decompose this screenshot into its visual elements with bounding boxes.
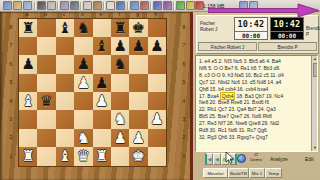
square-f7[interactable]: ♟ (111, 37, 129, 55)
square-c8[interactable]: ♝ (56, 19, 74, 37)
chess-app-window: 1.158 MB ♜♝♞♜♚♝♟♟♟♟♟♞♟♟♝♛♟♞♟♞♟♟♜♝♛♜♚ abc… (0, 0, 320, 180)
square-d7[interactable] (74, 37, 92, 55)
layout-grid-icon[interactable] (3, 1, 12, 10)
rank-label-left-2: 2 (6, 134, 16, 140)
players-icon[interactable] (140, 1, 149, 10)
notation-line[interactable]: Rd8 30. Rc1 Nd6 31. Rc7 Qg6 (199, 127, 309, 134)
square-f3[interactable]: ♞ (111, 110, 129, 128)
edit-button[interactable]: Edit (305, 156, 314, 162)
mouse-cursor (225, 152, 235, 165)
white-pawn-piece[interactable]: ♟ (95, 92, 108, 110)
toolbar-separator (127, 2, 128, 10)
white-player-name: Fischer Robert J (200, 21, 232, 32)
black-rook-piece[interactable]: ♜ (113, 19, 126, 37)
black-clock: 10:42 00:00 (270, 17, 304, 40)
file-label-d: d (73, 12, 91, 17)
notation-window-icon[interactable] (106, 1, 115, 10)
black-bishop-piece[interactable]: ♝ (95, 37, 108, 55)
square-b2[interactable] (37, 129, 55, 147)
file-label-b: b (36, 12, 54, 17)
square-e5[interactable]: ♟ (93, 74, 111, 92)
square-h4[interactable] (148, 92, 166, 110)
square-h1[interactable] (148, 147, 166, 165)
white-knight-piece[interactable]: ♞ (113, 110, 126, 128)
scrollbar-thumb[interactable] (313, 63, 319, 77)
notation-line[interactable]: 22. Rb1 Qc7 23. Qa4 Bd7 24. Qa3 (199, 106, 309, 113)
rank-label-right-2: 2 (179, 134, 189, 140)
eye-icon[interactable] (37, 1, 46, 10)
database-globe-icon[interactable] (186, 1, 195, 10)
square-e4[interactable]: ♟ (93, 92, 111, 110)
square-d5[interactable]: ♟ (74, 74, 92, 92)
white-clock-sub-time: 00:00 (235, 31, 267, 40)
square-f2[interactable]: ♟ (111, 129, 129, 147)
rank-label-right-5: 5 (179, 79, 189, 85)
toolbar-separator (34, 2, 35, 10)
square-a1[interactable]: ♜ (19, 147, 37, 165)
square-e3[interactable] (93, 110, 111, 128)
square-a3[interactable] (19, 110, 37, 128)
square-f5[interactable] (111, 74, 129, 92)
notation-line[interactable]: 17. Bxa4 Qxb4 18. Ba3 Qb7 19. Nc4 (199, 93, 309, 100)
square-b1[interactable] (37, 147, 55, 165)
engine-sphere-icon[interactable] (176, 1, 185, 10)
square-e8[interactable] (93, 19, 111, 37)
square-b8[interactable] (37, 19, 55, 37)
black-knight-piece[interactable]: ♞ (77, 19, 90, 37)
square-g7[interactable]: ♟ (129, 37, 147, 55)
rank-label-left-6: 6 (6, 61, 16, 67)
tab-movelist[interactable]: Movelist (203, 168, 228, 178)
open-database-icon[interactable] (13, 1, 22, 10)
square-a5[interactable] (19, 74, 37, 92)
square-b7[interactable] (37, 37, 55, 55)
white-clock-main-time: 10:42 (235, 18, 267, 31)
rank-label-left-5: 5 (6, 79, 16, 85)
square-a4[interactable]: ♝ (19, 92, 37, 110)
square-d1[interactable]: ♛ (74, 147, 92, 165)
white-pawn-piece[interactable]: ♟ (77, 74, 90, 92)
file-label-g: g (128, 12, 146, 17)
white-queen-piece[interactable]: ♛ (77, 147, 90, 165)
white-king-piece[interactable]: ♚ (132, 147, 145, 165)
previous-move-button[interactable]: ◀ (213, 153, 221, 165)
square-g2[interactable]: ♟ (129, 129, 147, 147)
move-list: 1. e4 e5 2. Nf3 Nc6 3. Bb5 a6 4. Ba4Nf6 … (199, 58, 309, 141)
black-pawn-piece[interactable]: ♟ (77, 55, 90, 73)
globe-net-icon[interactable] (130, 1, 139, 10)
white-pawn-piece[interactable]: ♟ (132, 129, 145, 147)
file-label-a: a (18, 12, 36, 17)
board-wooden-frame: ♜♝♞♜♚♝♟♟♟♟♟♞♟♟♝♛♟♞♟♞♟♟♜♝♛♜♚ abcdefgh8877… (0, 12, 190, 180)
square-a2[interactable] (19, 129, 37, 147)
tab-mix-1[interactable]: Mix 1 (249, 168, 265, 178)
square-a8[interactable]: ♜ (19, 19, 37, 37)
square-f8[interactable]: ♜ (111, 19, 129, 37)
black-pawn-piece[interactable]: ♟ (132, 37, 145, 55)
scroll-up-icon[interactable]: ▲ (312, 56, 318, 62)
square-g8[interactable]: ♚ (129, 19, 147, 37)
chess-board: ♜♝♞♜♚♝♟♟♟♟♟♞♟♟♝♛♟♞♟♞♟♟♜♝♛♜♚ (18, 18, 167, 167)
square-a6[interactable]: ♟ (19, 55, 37, 73)
rank-label-right-1: 1 (179, 153, 189, 159)
square-h5[interactable] (148, 74, 166, 92)
square-d4[interactable] (74, 92, 92, 110)
notation-line[interactable]: Ne8 20. Bxe8 Rxe8 21. Bxd6 f6 (199, 99, 309, 106)
scroll-down-icon[interactable]: ▼ (312, 145, 318, 151)
board-window-icon[interactable] (23, 1, 32, 10)
rank-label-left-8: 8 (6, 24, 16, 30)
black-pawn-piece[interactable]: ♟ (113, 37, 126, 55)
file-label-e: e (92, 12, 110, 17)
white-pawn-piece[interactable]: ♟ (150, 110, 163, 128)
tab-temp[interactable]: Temp (265, 168, 282, 178)
notation-line[interactable]: 1. e4 e5 2. Nf3 Nc6 3. Bb5 a6 4. Ba4 (199, 58, 309, 65)
white-bishop-piece[interactable]: ♝ (58, 147, 71, 165)
square-b4[interactable]: ♛ (37, 92, 55, 110)
square-c1[interactable]: ♝ (56, 147, 74, 165)
square-d3[interactable] (74, 110, 92, 128)
notation-line[interactable]: Qb8 15. b4 cxb4 16. cxb4 bxa4 (199, 86, 309, 93)
square-d8[interactable]: ♞ (74, 19, 92, 37)
current-move-highlight[interactable]: Qxb4 (220, 92, 235, 100)
white-bishop-piece[interactable]: ♝ (21, 92, 34, 110)
black-rook-piece[interactable]: ♜ (21, 19, 34, 37)
binoculars-icon[interactable] (70, 1, 79, 10)
analyze-button[interactable]: Analyze (270, 156, 288, 162)
tab-book-tb[interactable]: Book/TB (228, 168, 249, 178)
square-d6[interactable]: ♟ (74, 55, 92, 73)
notation-line[interactable]: 27. Re3 Nf7 28. Nxe8 Qxe8 29. Nd2 (199, 120, 309, 127)
notation-panel[interactable]: 1. e4 e5 2. Nf3 Nc6 3. Bb5 a6 4. Ba4Nf6 … (195, 55, 318, 152)
demo-button[interactable]: ⇄ Demo (248, 152, 264, 162)
square-e2[interactable] (93, 129, 111, 147)
training-icon[interactable] (163, 1, 172, 10)
square-b6[interactable] (37, 55, 55, 73)
square-c2[interactable] (56, 129, 74, 147)
square-f1[interactable] (111, 147, 129, 165)
clock-icon[interactable] (83, 1, 92, 10)
black-queen-piece[interactable]: ♛ (40, 92, 53, 110)
square-e1[interactable]: ♜ (93, 147, 111, 165)
piece-setup-icon[interactable] (60, 1, 69, 10)
engine-globe-icon[interactable] (237, 154, 246, 163)
rank-label-right-3: 3 (179, 116, 189, 122)
black-pawn-piece[interactable]: ♟ (95, 74, 108, 92)
white-pawn-piece[interactable]: ♟ (113, 129, 126, 147)
square-h3[interactable]: ♟ (148, 110, 166, 128)
square-h7[interactable]: ♟ (148, 37, 166, 55)
square-f6[interactable]: ♞ (111, 55, 129, 73)
white-rook-piece[interactable]: ♜ (21, 147, 34, 165)
black-king-piece[interactable]: ♚ (132, 19, 145, 37)
square-h8[interactable] (148, 19, 166, 37)
rank-label-left-1: 1 (6, 153, 16, 159)
square-h6[interactable] (148, 55, 166, 73)
square-g6[interactable] (129, 55, 147, 73)
file-label-h: h (147, 12, 165, 17)
white-knight-piece[interactable]: ♞ (77, 129, 90, 147)
flip-board-icon[interactable] (93, 1, 102, 10)
square-d2[interactable]: ♞ (74, 129, 92, 147)
square-c5[interactable] (56, 74, 74, 92)
square-c7[interactable] (56, 37, 74, 55)
notation-line[interactable]: Qc7 12. Nbd2 Nc6 13. d5 Nd8 14. a4 (199, 79, 309, 86)
white-footer-name: Fischer Robert J (198, 42, 257, 51)
notation-line[interactable]: Nf6 5. O-O Be7 6. Re1 b5 7. Bb3 d6 (199, 65, 309, 72)
square-b5[interactable] (37, 74, 55, 92)
notation-scrollbar[interactable]: ▲ ▼ (311, 56, 317, 151)
square-g4[interactable] (129, 92, 147, 110)
notation-line[interactable]: 8. c3 O-O 9. h3 Na5 10. Bc2 c5 11. d4 (199, 72, 309, 79)
square-c6[interactable] (56, 55, 74, 73)
annotation-arrow (208, 2, 320, 19)
square-h2[interactable] (148, 129, 166, 147)
square-b3[interactable] (37, 110, 55, 128)
square-f4[interactable] (111, 92, 129, 110)
toolbar-separator (57, 2, 58, 10)
square-g5[interactable] (129, 74, 147, 92)
rank-label-left-7: 7 (6, 42, 16, 48)
rank-label-left-4: 4 (6, 98, 16, 104)
right-panel: Fischer Robert J 10:42 00:00 10:42 00:00… (193, 12, 320, 180)
first-move-button[interactable]: ◀ (205, 153, 213, 165)
square-e6[interactable] (93, 55, 111, 73)
rank-label-left-3: 3 (6, 116, 16, 122)
rank-label-right-8: 8 (179, 24, 189, 30)
opponent-icon[interactable] (153, 1, 162, 10)
rank-label-right-7: 7 (179, 42, 189, 48)
black-clock-sub-time: 00:00 (271, 31, 303, 40)
rank-label-right-4: 4 (179, 98, 189, 104)
file-label-c: c (55, 12, 73, 17)
black-pawn-piece[interactable]: ♟ (21, 55, 34, 73)
square-e7[interactable]: ♝ (93, 37, 111, 55)
notation-line[interactable]: Bb5 25. Bxe7 Qxe7 26. Nd6 Rb8 (199, 113, 309, 120)
toolbar-separator (103, 2, 104, 10)
black-knight-piece[interactable]: ♞ (113, 55, 126, 73)
rank-label-right-6: 6 (179, 61, 189, 67)
black-bishop-piece[interactable]: ♝ (58, 19, 71, 37)
toolbar-separator (80, 2, 81, 10)
square-a7[interactable] (19, 37, 37, 55)
square-g3[interactable] (129, 110, 147, 128)
file-label-f: f (110, 12, 128, 17)
square-c4[interactable] (56, 92, 74, 110)
black-clock-main-time: 10:42 (271, 18, 303, 31)
white-rook-piece[interactable]: ♜ (95, 147, 108, 165)
toolbar-separator (173, 2, 174, 10)
white-clock: 10:42 00:00 (234, 17, 268, 40)
pieces-icon[interactable] (47, 1, 56, 10)
square-c3[interactable] (56, 110, 74, 128)
toolbar-separator (150, 2, 151, 10)
clock-panel: Fischer Robert J 10:42 00:00 10:42 00:00… (196, 15, 319, 54)
black-pawn-piece[interactable]: ♟ (150, 37, 163, 55)
black-footer-name: Brendts P (258, 42, 317, 51)
globe-icon[interactable] (116, 1, 125, 10)
black-player-name: Brendts P (306, 26, 320, 37)
square-g1[interactable]: ♚ (129, 147, 147, 165)
notation-line[interactable]: 32. Rg3 Qh6 33. Rgxg7+ Qxg7 (199, 134, 309, 141)
